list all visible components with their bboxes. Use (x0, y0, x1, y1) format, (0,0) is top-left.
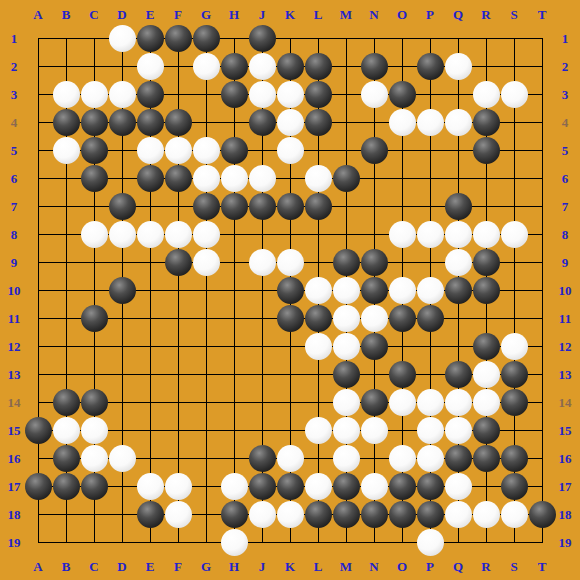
black-stone-Q7[interactable] (445, 193, 472, 220)
white-stone-C3[interactable] (81, 81, 108, 108)
black-stone-R16[interactable] (473, 445, 500, 472)
col-label-bottom-H: H (229, 560, 239, 573)
white-stone-D1[interactable] (109, 25, 136, 52)
row-label-left-12: 12 (8, 340, 21, 353)
row-label-left-9: 9 (11, 256, 18, 269)
white-stone-P16[interactable] (417, 445, 444, 472)
white-stone-R14[interactable] (473, 389, 500, 416)
black-stone-K7[interactable] (277, 193, 304, 220)
black-stone-K10[interactable] (277, 277, 304, 304)
col-label-bottom-T: T (538, 560, 547, 573)
black-stone-S16[interactable] (501, 445, 528, 472)
col-label-bottom-J: J (259, 560, 266, 573)
white-stone-M14[interactable] (333, 389, 360, 416)
row-label-left-8: 8 (11, 228, 18, 241)
black-stone-T18[interactable] (529, 501, 556, 528)
row-label-right-7: 7 (562, 200, 569, 213)
black-stone-L11[interactable] (305, 305, 332, 332)
white-stone-J18[interactable] (249, 501, 276, 528)
black-stone-A17[interactable] (25, 473, 52, 500)
black-stone-L2[interactable] (305, 53, 332, 80)
black-stone-A15[interactable] (25, 417, 52, 444)
white-stone-P10[interactable] (417, 277, 444, 304)
row-label-right-6: 6 (562, 172, 569, 185)
row-label-right-2: 2 (562, 60, 569, 73)
white-stone-O14[interactable] (389, 389, 416, 416)
white-stone-M10[interactable] (333, 277, 360, 304)
white-stone-Q4[interactable] (445, 109, 472, 136)
white-stone-L6[interactable] (305, 165, 332, 192)
col-label-top-S: S (510, 8, 517, 21)
white-stone-P14[interactable] (417, 389, 444, 416)
white-stone-O10[interactable] (389, 277, 416, 304)
col-label-bottom-M: M (340, 560, 352, 573)
black-stone-J7[interactable] (249, 193, 276, 220)
col-label-bottom-L: L (314, 560, 323, 573)
black-stone-N14[interactable] (361, 389, 388, 416)
row-label-right-9: 9 (562, 256, 569, 269)
white-stone-K5[interactable] (277, 137, 304, 164)
black-stone-R4[interactable] (473, 109, 500, 136)
col-label-top-K: K (285, 8, 295, 21)
col-label-bottom-K: K (285, 560, 295, 573)
white-stone-R18[interactable] (473, 501, 500, 528)
row-label-left-13: 13 (8, 368, 21, 381)
white-stone-E2[interactable] (137, 53, 164, 80)
row-label-left-3: 3 (11, 88, 18, 101)
black-stone-C4[interactable] (81, 109, 108, 136)
white-stone-P19[interactable] (417, 529, 444, 556)
white-stone-J9[interactable] (249, 249, 276, 276)
white-stone-L15[interactable] (305, 417, 332, 444)
black-stone-F9[interactable] (165, 249, 192, 276)
black-stone-M9[interactable] (333, 249, 360, 276)
white-stone-S18[interactable] (501, 501, 528, 528)
white-stone-G9[interactable] (193, 249, 220, 276)
white-stone-M11[interactable] (333, 305, 360, 332)
white-stone-B3[interactable] (53, 81, 80, 108)
black-stone-R10[interactable] (473, 277, 500, 304)
white-stone-K3[interactable] (277, 81, 304, 108)
black-stone-S17[interactable] (501, 473, 528, 500)
row-label-left-5: 5 (11, 144, 18, 157)
black-stone-N10[interactable] (361, 277, 388, 304)
black-stone-E18[interactable] (137, 501, 164, 528)
black-stone-J17[interactable] (249, 473, 276, 500)
black-stone-N18[interactable] (361, 501, 388, 528)
white-stone-K16[interactable] (277, 445, 304, 472)
row-label-left-2: 2 (11, 60, 18, 73)
black-stone-C17[interactable] (81, 473, 108, 500)
black-stone-C6[interactable] (81, 165, 108, 192)
row-label-left-10: 10 (8, 284, 21, 297)
row-label-left-4: 4 (11, 116, 18, 129)
white-stone-L10[interactable] (305, 277, 332, 304)
black-stone-S13[interactable] (501, 361, 528, 388)
white-stone-S8[interactable] (501, 221, 528, 248)
black-stone-H3[interactable] (221, 81, 248, 108)
row-label-right-1: 1 (562, 32, 569, 45)
black-stone-O17[interactable] (389, 473, 416, 500)
black-stone-R5[interactable] (473, 137, 500, 164)
black-stone-Q10[interactable] (445, 277, 472, 304)
col-label-bottom-P: P (426, 560, 434, 573)
col-label-bottom-Q: Q (453, 560, 463, 573)
white-stone-F18[interactable] (165, 501, 192, 528)
col-label-bottom-D: D (117, 560, 126, 573)
white-stone-F8[interactable] (165, 221, 192, 248)
white-stone-H6[interactable] (221, 165, 248, 192)
black-stone-L18[interactable] (305, 501, 332, 528)
col-label-bottom-C: C (89, 560, 98, 573)
black-stone-E6[interactable] (137, 165, 164, 192)
black-stone-M13[interactable] (333, 361, 360, 388)
row-label-right-8: 8 (562, 228, 569, 241)
col-label-top-B: B (62, 8, 71, 21)
white-stone-M16[interactable] (333, 445, 360, 472)
row-label-right-10: 10 (559, 284, 572, 297)
col-label-top-J: J (259, 8, 266, 21)
white-stone-P8[interactable] (417, 221, 444, 248)
row-label-left-6: 6 (11, 172, 18, 185)
black-stone-O13[interactable] (389, 361, 416, 388)
white-stone-R8[interactable] (473, 221, 500, 248)
white-stone-H19[interactable] (221, 529, 248, 556)
col-label-top-A: A (33, 8, 42, 21)
white-stone-J3[interactable] (249, 81, 276, 108)
black-stone-F4[interactable] (165, 109, 192, 136)
white-stone-F17[interactable] (165, 473, 192, 500)
black-stone-O3[interactable] (389, 81, 416, 108)
black-stone-P17[interactable] (417, 473, 444, 500)
white-stone-H17[interactable] (221, 473, 248, 500)
white-stone-M15[interactable] (333, 417, 360, 444)
black-stone-L7[interactable] (305, 193, 332, 220)
row-label-right-13: 13 (559, 368, 572, 381)
white-stone-B15[interactable] (53, 417, 80, 444)
black-stone-O18[interactable] (389, 501, 416, 528)
col-label-bottom-A: A (33, 560, 42, 573)
col-label-top-C: C (89, 8, 98, 21)
white-stone-L17[interactable] (305, 473, 332, 500)
white-stone-Q15[interactable] (445, 417, 472, 444)
col-label-bottom-R: R (481, 560, 490, 573)
black-stone-J16[interactable] (249, 445, 276, 472)
white-stone-Q9[interactable] (445, 249, 472, 276)
row-label-left-17: 17 (8, 480, 21, 493)
white-stone-N17[interactable] (361, 473, 388, 500)
black-stone-N12[interactable] (361, 333, 388, 360)
row-label-right-15: 15 (559, 424, 572, 437)
white-stone-C8[interactable] (81, 221, 108, 248)
black-stone-P18[interactable] (417, 501, 444, 528)
white-stone-Q14[interactable] (445, 389, 472, 416)
go-board-screenshot: AABBCCDDEEFFGGHHJJKKLLMMNNOOPPQQRRSSTT11… (0, 0, 580, 580)
white-stone-B5[interactable] (53, 137, 80, 164)
white-stone-Q17[interactable] (445, 473, 472, 500)
col-label-top-Q: Q (453, 8, 463, 21)
white-stone-Q2[interactable] (445, 53, 472, 80)
row-label-left-18: 18 (8, 508, 21, 521)
row-label-left-11: 11 (8, 312, 20, 325)
black-stone-B14[interactable] (53, 389, 80, 416)
col-label-bottom-O: O (397, 560, 407, 573)
black-stone-N2[interactable] (361, 53, 388, 80)
white-stone-K4[interactable] (277, 109, 304, 136)
row-label-right-5: 5 (562, 144, 569, 157)
row-label-right-11: 11 (559, 312, 571, 325)
white-stone-G2[interactable] (193, 53, 220, 80)
row-label-left-15: 15 (8, 424, 21, 437)
col-label-top-E: E (146, 8, 155, 21)
white-stone-E5[interactable] (137, 137, 164, 164)
black-stone-J1[interactable] (249, 25, 276, 52)
black-stone-Q13[interactable] (445, 361, 472, 388)
white-stone-P4[interactable] (417, 109, 444, 136)
black-stone-L3[interactable] (305, 81, 332, 108)
row-label-right-19: 19 (559, 536, 572, 549)
col-label-top-G: G (201, 8, 211, 21)
white-stone-G5[interactable] (193, 137, 220, 164)
black-stone-J4[interactable] (249, 109, 276, 136)
white-stone-F5[interactable] (165, 137, 192, 164)
white-stone-G8[interactable] (193, 221, 220, 248)
white-stone-J2[interactable] (249, 53, 276, 80)
black-stone-M18[interactable] (333, 501, 360, 528)
black-stone-B16[interactable] (53, 445, 80, 472)
white-stone-K18[interactable] (277, 501, 304, 528)
black-stone-D7[interactable] (109, 193, 136, 220)
black-stone-N9[interactable] (361, 249, 388, 276)
col-label-top-M: M (340, 8, 352, 21)
black-stone-P11[interactable] (417, 305, 444, 332)
black-stone-G7[interactable] (193, 193, 220, 220)
white-stone-R3[interactable] (473, 81, 500, 108)
black-stone-B17[interactable] (53, 473, 80, 500)
black-stone-M6[interactable] (333, 165, 360, 192)
black-stone-D4[interactable] (109, 109, 136, 136)
white-stone-L12[interactable] (305, 333, 332, 360)
black-stone-C11[interactable] (81, 305, 108, 332)
black-stone-N5[interactable] (361, 137, 388, 164)
black-stone-K2[interactable] (277, 53, 304, 80)
black-stone-E3[interactable] (137, 81, 164, 108)
black-stone-C5[interactable] (81, 137, 108, 164)
row-label-left-14: 14 (8, 396, 21, 409)
black-stone-K11[interactable] (277, 305, 304, 332)
col-label-top-O: O (397, 8, 407, 21)
col-label-top-H: H (229, 8, 239, 21)
col-label-top-F: F (174, 8, 182, 21)
black-stone-H2[interactable] (221, 53, 248, 80)
white-stone-C16[interactable] (81, 445, 108, 472)
black-stone-B4[interactable] (53, 109, 80, 136)
white-stone-C15[interactable] (81, 417, 108, 444)
white-stone-D16[interactable] (109, 445, 136, 472)
black-stone-D10[interactable] (109, 277, 136, 304)
col-label-bottom-G: G (201, 560, 211, 573)
white-stone-Q18[interactable] (445, 501, 472, 528)
col-label-bottom-N: N (369, 560, 378, 573)
black-stone-H7[interactable] (221, 193, 248, 220)
row-label-right-12: 12 (559, 340, 572, 353)
white-stone-E17[interactable] (137, 473, 164, 500)
col-label-top-N: N (369, 8, 378, 21)
white-stone-O16[interactable] (389, 445, 416, 472)
col-label-top-R: R (481, 8, 490, 21)
white-stone-G6[interactable] (193, 165, 220, 192)
black-stone-E1[interactable] (137, 25, 164, 52)
white-stone-Q8[interactable] (445, 221, 472, 248)
black-stone-C14[interactable] (81, 389, 108, 416)
white-stone-K9[interactable] (277, 249, 304, 276)
row-label-right-18: 18 (559, 508, 572, 521)
white-stone-N11[interactable] (361, 305, 388, 332)
black-stone-F1[interactable] (165, 25, 192, 52)
black-stone-F6[interactable] (165, 165, 192, 192)
row-label-right-3: 3 (562, 88, 569, 101)
row-label-left-19: 19 (8, 536, 21, 549)
black-stone-P2[interactable] (417, 53, 444, 80)
white-stone-O8[interactable] (389, 221, 416, 248)
black-stone-G1[interactable] (193, 25, 220, 52)
white-stone-S3[interactable] (501, 81, 528, 108)
row-label-left-7: 7 (11, 200, 18, 213)
row-label-right-14: 14 (559, 396, 572, 409)
black-stone-E4[interactable] (137, 109, 164, 136)
col-label-bottom-B: B (62, 560, 71, 573)
row-label-right-16: 16 (559, 452, 572, 465)
white-stone-N3[interactable] (361, 81, 388, 108)
black-stone-O11[interactable] (389, 305, 416, 332)
row-label-left-16: 16 (8, 452, 21, 465)
white-stone-M12[interactable] (333, 333, 360, 360)
row-label-right-4: 4 (562, 116, 569, 129)
white-stone-S12[interactable] (501, 333, 528, 360)
white-stone-D8[interactable] (109, 221, 136, 248)
row-label-right-17: 17 (559, 480, 572, 493)
black-stone-S14[interactable] (501, 389, 528, 416)
black-stone-H18[interactable] (221, 501, 248, 528)
white-stone-R13[interactable] (473, 361, 500, 388)
white-stone-J6[interactable] (249, 165, 276, 192)
black-stone-M17[interactable] (333, 473, 360, 500)
black-stone-L4[interactable] (305, 109, 332, 136)
col-label-bottom-E: E (146, 560, 155, 573)
row-label-left-1: 1 (11, 32, 18, 45)
col-label-top-P: P (426, 8, 434, 21)
col-label-top-L: L (314, 8, 323, 21)
white-stone-E8[interactable] (137, 221, 164, 248)
white-stone-P15[interactable] (417, 417, 444, 444)
white-stone-N15[interactable] (361, 417, 388, 444)
black-stone-Q16[interactable] (445, 445, 472, 472)
black-stone-R12[interactable] (473, 333, 500, 360)
white-stone-O4[interactable] (389, 109, 416, 136)
white-stone-D3[interactable] (109, 81, 136, 108)
col-label-top-D: D (117, 8, 126, 21)
black-stone-H5[interactable] (221, 137, 248, 164)
col-label-top-T: T (538, 8, 547, 21)
black-stone-R15[interactable] (473, 417, 500, 444)
col-label-bottom-F: F (174, 560, 182, 573)
col-label-bottom-S: S (510, 560, 517, 573)
black-stone-K17[interactable] (277, 473, 304, 500)
black-stone-R9[interactable] (473, 249, 500, 276)
